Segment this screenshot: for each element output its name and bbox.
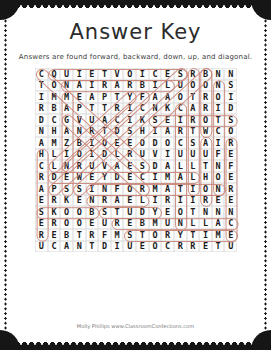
grid-cell-r1c11: E	[161, 68, 174, 80]
grid-cell-r2c14: O	[199, 80, 212, 92]
grid-cell-r12c6: R	[98, 195, 111, 207]
grid-cell-r2c2: O	[48, 80, 61, 92]
grid-cell-r11c4: S	[73, 183, 86, 195]
grid-cell-r12c12: I	[174, 195, 187, 207]
grid-cell-r7c6: O	[98, 137, 111, 149]
grid-cell-r12c16: E	[224, 195, 237, 207]
grid-cell-r12c4: E	[73, 195, 86, 207]
grid-cell-r15c14: I	[199, 229, 212, 241]
grid-cell-r16c10: O	[149, 241, 162, 253]
scalloped-border-bottom	[0, 340, 271, 350]
grid-cell-r5c1: D	[35, 114, 48, 126]
grid-cell-r14c7: R	[111, 218, 124, 230]
grid-cell-r16c9: E	[136, 241, 149, 253]
grid-cell-r8c7: L	[111, 149, 124, 161]
grid-cell-r11c7: F	[111, 183, 124, 195]
grid-cell-r2c3: N	[60, 80, 73, 92]
grid-cell-r4c5: T	[86, 103, 99, 115]
corner-ornament-bottom-left	[0, 330, 20, 350]
grid-cell-r5c8: I	[123, 114, 136, 126]
grid-cell-r5c10: S	[149, 114, 162, 126]
grid-cell-r3c7: T	[111, 91, 124, 103]
grid-cell-r11c12: T	[174, 183, 187, 195]
grid-cell-r3c10: A	[149, 91, 162, 103]
instructions-text: Answers are found forward, backward, dow…	[0, 53, 271, 61]
grid-cell-r9c1: C	[35, 160, 48, 172]
grid-cell-r14c3: O	[60, 218, 73, 230]
grid-cell-r14c14: L	[199, 218, 212, 230]
grid-cell-r14c6: U	[98, 218, 111, 230]
grid-cell-r4c4: P	[73, 103, 86, 115]
corner-ornament-bottom-right	[251, 330, 271, 350]
grid-cell-r12c14: R	[199, 195, 212, 207]
grid-cell-r2c11: L	[161, 80, 174, 92]
grid-cell-r11c16: R	[224, 183, 237, 195]
grid-cell-r12c1: E	[35, 195, 48, 207]
grid-cell-r5c16: S	[224, 114, 237, 126]
grid-cell-r15c3: B	[60, 229, 73, 241]
grid-cell-r1c9: I	[136, 68, 149, 80]
grid-cell-r16c16: U	[224, 241, 237, 253]
grid-cell-r3c14: R	[199, 91, 212, 103]
grid-cell-r8c14: U	[199, 149, 212, 161]
grid-cell-r3c6: P	[98, 91, 111, 103]
grid-cell-r8c5: I	[86, 149, 99, 161]
grid-cell-r4c1: R	[35, 103, 48, 115]
grid-cell-r8c4: O	[73, 149, 86, 161]
grid-cell-r8c3: I	[60, 149, 73, 161]
grid-cell-r5c5: U	[86, 114, 99, 126]
grid-cell-r15c16: E	[224, 229, 237, 241]
grid-cell-r3c1: I	[35, 91, 48, 103]
grid-cell-r13c8: U	[123, 206, 136, 218]
grid-cell-r13c15: N	[212, 206, 225, 218]
grid-cell-r15c6: F	[98, 229, 111, 241]
grid-cell-r1c15: N	[212, 68, 225, 80]
grid-cell-r10c11: M	[161, 172, 174, 184]
grid-cell-r13c10: Y	[149, 206, 162, 218]
grid-cell-r3c12: O	[174, 91, 187, 103]
grid-cell-r5c2: C	[48, 114, 61, 126]
grid-cell-r1c4: I	[73, 68, 86, 80]
grid-cell-r14c16: C	[224, 218, 237, 230]
grid-cell-r13c5: B	[86, 206, 99, 218]
grid-cell-r4c13: A	[187, 103, 200, 115]
grid-cell-r3c5: A	[86, 91, 99, 103]
grid-cell-r2c5: I	[86, 80, 99, 92]
grid-cell-r8c16: E	[224, 149, 237, 161]
grid-cell-r11c11: A	[161, 183, 174, 195]
grid-cell-r3c13: T	[187, 91, 200, 103]
grid-cell-r15c11: R	[161, 229, 174, 241]
grid-cell-r1c6: T	[98, 68, 111, 80]
grid-cell-r2c4: A	[73, 80, 86, 92]
grid-cell-r12c7: A	[111, 195, 124, 207]
grid-cell-r9c6: V	[98, 160, 111, 172]
grid-cell-r15c15: M	[212, 229, 225, 241]
grid-cell-r9c4: R	[73, 160, 86, 172]
grid-cell-r9c14: T	[199, 160, 212, 172]
grid-cell-r12c3: K	[60, 195, 73, 207]
grid-cell-r7c15: I	[212, 137, 225, 149]
grid-cell-r8c2: L	[48, 149, 61, 161]
grid-cell-r16c15: T	[212, 241, 225, 253]
grid-cell-r13c16: N	[224, 206, 237, 218]
grid-cell-r11c13: I	[187, 183, 200, 195]
grid-cell-r8c6: D	[98, 149, 111, 161]
grid-cell-r1c1: C	[35, 68, 48, 80]
grid-cell-r9c2: L	[48, 160, 61, 172]
grid-cell-r4c3: A	[60, 103, 73, 115]
grid-cell-r10c10: I	[149, 172, 162, 184]
grid-cell-r5c12: I	[174, 114, 187, 126]
grid-cell-r10c8: E	[123, 172, 136, 184]
grid-cell-r1c13: R	[187, 68, 200, 80]
grid-cell-r9c12: L	[174, 160, 187, 172]
grid-cell-r5c13: R	[187, 114, 200, 126]
grid-cell-r13c11: E	[161, 206, 174, 218]
grid-cell-r15c2: E	[48, 229, 61, 241]
grid-cell-r11c1: A	[35, 183, 48, 195]
grid-cell-r8c1: H	[35, 149, 48, 161]
answer-key-page: Answer Key Answers are found forward, ba…	[0, 0, 271, 350]
grid-cell-r4c9: C	[136, 103, 149, 115]
page-title: Answer Key	[0, 20, 271, 44]
grid-cell-r1c14: B	[199, 68, 212, 80]
grid-cell-r12c2: R	[48, 195, 61, 207]
grid-cell-r8c11: I	[161, 149, 174, 161]
grid-cell-r12c8: E	[123, 195, 136, 207]
grid-cell-r14c1: E	[35, 218, 48, 230]
grid-cell-r3c2: M	[48, 91, 61, 103]
grid-cell-r8c9: U	[136, 149, 149, 161]
grid-cell-r16c4: N	[73, 241, 86, 253]
grid-cell-r8c8: R	[123, 149, 136, 161]
grid-cell-r7c14: A	[199, 137, 212, 149]
grid-cell-r7c10: D	[149, 137, 162, 149]
grid-cell-r10c5: E	[86, 172, 99, 184]
grid-cell-r10c14: H	[199, 172, 212, 184]
grid-cell-r10c9: C	[136, 172, 149, 184]
grid-cell-r10c1: R	[35, 172, 48, 184]
grid-cell-r6c12: R	[174, 126, 187, 138]
grid-cell-r6c16: O	[224, 126, 237, 138]
grid-cell-r9c5: U	[86, 160, 99, 172]
grid-cell-r14c9: B	[136, 218, 149, 230]
grid-cell-r5c7: C	[111, 114, 124, 126]
grid-cell-r10c12: A	[174, 172, 187, 184]
grid-cell-r12c15: E	[212, 195, 225, 207]
grid-cell-r2c1: T	[35, 80, 48, 92]
grid-cell-r1c3: U	[60, 68, 73, 80]
grid-cell-r6c10: I	[149, 126, 162, 138]
grid-cell-r7c8: E	[123, 137, 136, 149]
grid-cell-r6c5: R	[86, 126, 99, 138]
grid-cell-r14c13: L	[187, 218, 200, 230]
grid-cell-r9c7: A	[111, 160, 124, 172]
grid-cell-r5c4: V	[73, 114, 86, 126]
grid-cell-r3c3: M	[60, 91, 73, 103]
grid-cell-r7c5: I	[86, 137, 99, 149]
grid-cell-r1c8: O	[123, 68, 136, 80]
grid-cell-r6c1: N	[35, 126, 48, 138]
grid-cell-r7c7: E	[111, 137, 124, 149]
grid-cell-r7c16: R	[224, 137, 237, 149]
grid-cell-r1c7: V	[111, 68, 124, 80]
grid-cell-r16c13: R	[187, 241, 200, 253]
grid-cell-r11c8: O	[123, 183, 136, 195]
grid-cell-r9c8: E	[123, 160, 136, 172]
grid-cell-r13c3: O	[60, 206, 73, 218]
grid-cell-r3c4: E	[73, 91, 86, 103]
grid-cell-r16c7: I	[111, 241, 124, 253]
grid-cell-r11c5: I	[86, 183, 99, 195]
grid-cell-r7c9: O	[136, 137, 149, 149]
grid-cell-r15c10: O	[149, 229, 162, 241]
grid-cell-r14c5: E	[86, 218, 99, 230]
grid-cell-r4c16: D	[224, 103, 237, 115]
grid-cell-r8c10: V	[149, 149, 162, 161]
grid-cell-r6c6: T	[98, 126, 111, 138]
grid-cell-r5c3: G	[60, 114, 73, 126]
grid-cell-r2c10: I	[149, 80, 162, 92]
grid-cell-r16c5: T	[86, 241, 99, 253]
grid-cell-r2c8: R	[123, 80, 136, 92]
grid-cell-r12c11: R	[161, 195, 174, 207]
grid-cell-r10c13: L	[187, 172, 200, 184]
grid-cell-r2c15: N	[212, 80, 225, 92]
grid-cell-r11c14: O	[199, 183, 212, 195]
grid-cell-r4c8: I	[123, 103, 136, 115]
grid-cell-r10c7: D	[111, 172, 124, 184]
grid-cell-r11c3: S	[60, 183, 73, 195]
grid-cell-r14c10: M	[149, 218, 162, 230]
grid-cell-r16c12: R	[174, 241, 187, 253]
grid-cell-r10c6: Y	[98, 172, 111, 184]
grid-cell-r9c13: L	[187, 160, 200, 172]
grid-cell-r6c2: H	[48, 126, 61, 138]
grid-cell-r7c3: Z	[60, 137, 73, 149]
grid-cell-r3c11: A	[161, 91, 174, 103]
grid-cell-r16c2: C	[48, 241, 61, 253]
grid-cell-r1c5: E	[86, 68, 99, 80]
grid-cell-r16c6: D	[98, 241, 111, 253]
grid-cell-r9c10: D	[149, 160, 162, 172]
grid-cell-r5c14: O	[199, 114, 212, 126]
grid-cell-r16c14: E	[199, 241, 212, 253]
grid-cell-r4c7: R	[111, 103, 124, 115]
grid-cell-r15c4: T	[73, 229, 86, 241]
grid-cell-r15c8: S	[123, 229, 136, 241]
grid-cell-r13c4: O	[73, 206, 86, 218]
wavy-border-left	[3, 9, 8, 341]
grid-cell-r9c3: N	[60, 160, 73, 172]
grid-cell-r13c13: T	[187, 206, 200, 218]
wavy-border-right	[263, 9, 268, 341]
grid-cell-r11c6: N	[98, 183, 111, 195]
grid-cell-r10c15: O	[212, 172, 225, 184]
grid-cell-r8c15: F	[212, 149, 225, 161]
grid-cell-r12c13: I	[187, 195, 200, 207]
grid-cell-r13c6: S	[98, 206, 111, 218]
grid-cell-r7c11: O	[161, 137, 174, 149]
grid-cell-r9c9: S	[136, 160, 149, 172]
grid-cell-r1c16: N	[224, 68, 237, 80]
grid-cell-r12c5: N	[86, 195, 99, 207]
grid-cell-r2c13: O	[187, 80, 200, 92]
grid-cell-r8c13: U	[187, 149, 200, 161]
grid-cell-r7c1: A	[35, 137, 48, 149]
grid-cell-r4c15: I	[212, 103, 225, 115]
grid-cell-r11c9: R	[136, 183, 149, 195]
grid-cell-r6c8: S	[123, 126, 136, 138]
grid-cell-r10c2: D	[48, 172, 61, 184]
grid-cell-r3c15: O	[212, 91, 225, 103]
grid-cell-r15c1: R	[35, 229, 48, 241]
grid-cell-r1c12: S	[174, 68, 187, 80]
grid-cell-r13c12: O	[174, 206, 187, 218]
grid-cell-r10c4: W	[73, 172, 86, 184]
grid-cell-r14c11: U	[161, 218, 174, 230]
grid-cell-r4c10: N	[149, 103, 162, 115]
credit-text: Molly Phillips www.ClassroomConfections.…	[20, 323, 250, 329]
grid-cell-r2c16: S	[224, 80, 237, 92]
grid-cell-r9c15: N	[212, 160, 225, 172]
grid-cell-r13c14: N	[199, 206, 212, 218]
grid-cell-r11c15: N	[212, 183, 225, 195]
grid-cell-r6c13: T	[187, 126, 200, 138]
letter-grid: CQUIETVOICESRBNNTONAIRARBILUOONSIMMEAPTY…	[35, 68, 237, 252]
grid-cell-r6c7: D	[111, 126, 124, 138]
grid-cell-r13c7: T	[111, 206, 124, 218]
grid-cell-r15c12: Y	[174, 229, 187, 241]
scalloped-border-top	[0, 0, 271, 10]
grid-cell-r15c5: R	[86, 229, 99, 241]
grid-cell-r3c9: F	[136, 91, 149, 103]
grid-cell-r5c6: A	[98, 114, 111, 126]
corner-ornament-top-left	[0, 0, 20, 20]
grid-cell-r13c9: D	[136, 206, 149, 218]
grid-cell-r6c14: W	[199, 126, 212, 138]
word-search-board: CQUIETVOICESRBNNTONAIRARBILUOONSIMMEAPTY…	[35, 68, 237, 252]
grid-cell-r14c15: A	[212, 218, 225, 230]
grid-cell-r4c6: T	[98, 103, 111, 115]
grid-cell-r16c3: A	[60, 241, 73, 253]
grid-cell-r15c13: T	[187, 229, 200, 241]
grid-cell-r6c3: A	[60, 126, 73, 138]
grid-cell-r2c12: U	[174, 80, 187, 92]
grid-cell-r4c12: C	[174, 103, 187, 115]
grid-cell-r14c4: O	[73, 218, 86, 230]
grid-cell-r7c12: C	[174, 137, 187, 149]
grid-cell-r2c6: R	[98, 80, 111, 92]
grid-cell-r1c10: C	[149, 68, 162, 80]
grid-cell-r13c2: K	[48, 206, 61, 218]
grid-cell-r6c15: C	[212, 126, 225, 138]
grid-cell-r7c4: B	[73, 137, 86, 149]
grid-cell-r14c2: R	[48, 218, 61, 230]
grid-cell-r7c2: M	[48, 137, 61, 149]
grid-cell-r6c4: N	[73, 126, 86, 138]
grid-cell-r10c16: E	[224, 172, 237, 184]
grid-cell-r6c9: H	[136, 126, 149, 138]
grid-cell-r9c11: A	[161, 160, 174, 172]
grid-cell-r10c3: E	[60, 172, 73, 184]
grid-cell-r1c2: Q	[48, 68, 61, 80]
grid-cell-r3c16: I	[224, 91, 237, 103]
grid-cell-r12c9: L	[136, 195, 149, 207]
grid-cell-r5c11: E	[161, 114, 174, 126]
grid-cell-r8c12: U	[174, 149, 187, 161]
grid-cell-r6c11: A	[161, 126, 174, 138]
corner-ornament-top-right	[251, 0, 271, 20]
grid-cell-r13c1: S	[35, 206, 48, 218]
grid-cell-r4c2: B	[48, 103, 61, 115]
grid-cell-r5c9: K	[136, 114, 149, 126]
grid-cell-r2c9: B	[136, 80, 149, 92]
grid-cell-r2c7: A	[111, 80, 124, 92]
grid-cell-r7c13: S	[187, 137, 200, 149]
grid-cell-r16c11: C	[161, 241, 174, 253]
grid-cell-r15c9: T	[136, 229, 149, 241]
grid-cell-r14c12: N	[174, 218, 187, 230]
grid-cell-r3c8: Y	[123, 91, 136, 103]
grid-cell-r4c14: R	[199, 103, 212, 115]
grid-cell-r11c10: M	[149, 183, 162, 195]
grid-cell-r9c16: F	[224, 160, 237, 172]
grid-cell-r5c15: T	[212, 114, 225, 126]
grid-cell-r16c1: U	[35, 241, 48, 253]
grid-cell-r15c7: M	[111, 229, 124, 241]
grid-cell-r11c2: P	[48, 183, 61, 195]
grid-cell-r4c11: K	[161, 103, 174, 115]
grid-cell-r12c10: I	[149, 195, 162, 207]
grid-cell-r14c8: E	[123, 218, 136, 230]
grid-cell-r16c8: U	[123, 241, 136, 253]
